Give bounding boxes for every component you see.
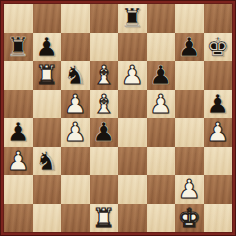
square-b6[interactable]: ♜︎: [33, 61, 62, 90]
square-a3[interactable]: ♟︎: [4, 147, 33, 176]
square-e6[interactable]: ♟︎: [118, 61, 147, 90]
white-pawn[interactable]: ♟︎: [64, 118, 87, 146]
square-a2[interactable]: [4, 175, 33, 204]
square-f2[interactable]: [147, 175, 176, 204]
square-c7[interactable]: [61, 33, 90, 62]
square-b3[interactable]: ♞︎: [33, 147, 62, 176]
black-pawn[interactable]: ♟︎: [7, 118, 30, 146]
black-rook[interactable]: ♜︎: [7, 33, 30, 61]
square-g2[interactable]: ♟︎: [175, 175, 204, 204]
square-h1[interactable]: [204, 204, 233, 233]
black-knight[interactable]: ♞︎: [64, 61, 87, 89]
square-d4[interactable]: ♟︎: [90, 118, 119, 147]
square-h6[interactable]: [204, 61, 233, 90]
white-pawn[interactable]: ♟︎: [64, 90, 87, 118]
white-king[interactable]: ♚︎: [178, 204, 201, 232]
white-pawn[interactable]: ♟︎: [121, 61, 144, 89]
square-h7[interactable]: ♚︎: [204, 33, 233, 62]
square-e3[interactable]: [118, 147, 147, 176]
square-a1[interactable]: [4, 204, 33, 233]
square-f5[interactable]: ♟︎: [147, 90, 176, 119]
board-frame: ♜︎♜︎♟︎♟︎♚︎♜︎♞︎♝︎♟︎♟︎♟︎♝︎♟︎♟︎♟︎♟︎♟︎♟︎♟︎♞︎…: [0, 0, 236, 236]
square-e2[interactable]: [118, 175, 147, 204]
square-a4[interactable]: ♟︎: [4, 118, 33, 147]
square-a5[interactable]: [4, 90, 33, 119]
black-pawn[interactable]: ♟︎: [35, 33, 58, 61]
black-pawn[interactable]: ♟︎: [92, 118, 115, 146]
square-b2[interactable]: [33, 175, 62, 204]
square-e8[interactable]: ♜︎: [118, 4, 147, 33]
square-h3[interactable]: [204, 147, 233, 176]
square-g1[interactable]: ♚︎: [175, 204, 204, 233]
square-d5[interactable]: ♝︎: [90, 90, 119, 119]
square-f6[interactable]: ♟︎: [147, 61, 176, 90]
square-h4[interactable]: ♟︎: [204, 118, 233, 147]
square-d7[interactable]: [90, 33, 119, 62]
square-a7[interactable]: ♜︎: [4, 33, 33, 62]
square-b4[interactable]: [33, 118, 62, 147]
square-d2[interactable]: [90, 175, 119, 204]
square-h2[interactable]: [204, 175, 233, 204]
square-d1[interactable]: ♜︎: [90, 204, 119, 233]
white-pawn[interactable]: ♟︎: [7, 147, 30, 175]
black-pawn[interactable]: ♟︎: [206, 90, 229, 118]
square-a8[interactable]: [4, 4, 33, 33]
square-h5[interactable]: ♟︎: [204, 90, 233, 119]
square-g5[interactable]: [175, 90, 204, 119]
square-e7[interactable]: [118, 33, 147, 62]
square-g7[interactable]: ♟︎: [175, 33, 204, 62]
black-pawn[interactable]: ♟︎: [178, 33, 201, 61]
square-f4[interactable]: [147, 118, 176, 147]
white-rook[interactable]: ♜︎: [92, 204, 115, 232]
square-e4[interactable]: [118, 118, 147, 147]
square-f8[interactable]: [147, 4, 176, 33]
square-c8[interactable]: [61, 4, 90, 33]
square-e1[interactable]: [118, 204, 147, 233]
black-rook[interactable]: ♜︎: [121, 4, 144, 32]
square-c3[interactable]: [61, 147, 90, 176]
white-pawn[interactable]: ♟︎: [206, 118, 229, 146]
square-a6[interactable]: [4, 61, 33, 90]
square-g3[interactable]: [175, 147, 204, 176]
square-b7[interactable]: ♟︎: [33, 33, 62, 62]
black-king[interactable]: ♚︎: [206, 33, 229, 61]
white-bishop[interactable]: ♝︎: [92, 90, 115, 118]
square-f3[interactable]: [147, 147, 176, 176]
square-g4[interactable]: [175, 118, 204, 147]
chess-board: ♜︎♜︎♟︎♟︎♚︎♜︎♞︎♝︎♟︎♟︎♟︎♝︎♟︎♟︎♟︎♟︎♟︎♟︎♟︎♞︎…: [4, 4, 232, 232]
black-pawn[interactable]: ♟︎: [149, 61, 172, 89]
white-pawn[interactable]: ♟︎: [178, 175, 201, 203]
square-c2[interactable]: [61, 175, 90, 204]
square-c1[interactable]: [61, 204, 90, 233]
square-f7[interactable]: [147, 33, 176, 62]
square-b1[interactable]: [33, 204, 62, 233]
square-c5[interactable]: ♟︎: [61, 90, 90, 119]
square-g6[interactable]: [175, 61, 204, 90]
square-d6[interactable]: ♝︎: [90, 61, 119, 90]
square-h8[interactable]: [204, 4, 233, 33]
square-c4[interactable]: ♟︎: [61, 118, 90, 147]
white-rook[interactable]: ♜︎: [35, 61, 58, 89]
black-knight[interactable]: ♞︎: [35, 147, 58, 175]
square-g8[interactable]: [175, 4, 204, 33]
white-pawn[interactable]: ♟︎: [149, 90, 172, 118]
square-c6[interactable]: ♞︎: [61, 61, 90, 90]
square-e5[interactable]: [118, 90, 147, 119]
white-bishop[interactable]: ♝︎: [92, 61, 115, 89]
square-d3[interactable]: [90, 147, 119, 176]
square-f1[interactable]: [147, 204, 176, 233]
square-b5[interactable]: [33, 90, 62, 119]
square-d8[interactable]: [90, 4, 119, 33]
square-b8[interactable]: [33, 4, 62, 33]
